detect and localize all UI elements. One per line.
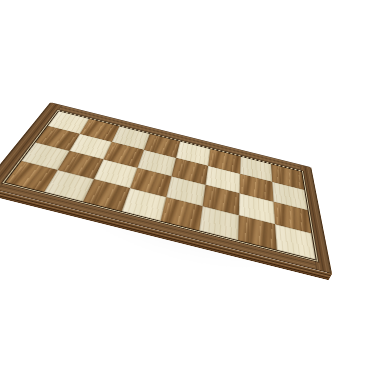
- board-square: [44, 170, 94, 202]
- board-square: [83, 179, 130, 211]
- board-square: [6, 161, 58, 192]
- board-square: [199, 206, 239, 240]
- board-square: [161, 197, 203, 230]
- board-square: [122, 188, 167, 221]
- board-square: [238, 215, 277, 250]
- product-photo-canvas: [0, 0, 380, 380]
- board-perspective-wrapper: [1, 57, 340, 295]
- chess-board: [0, 102, 332, 274]
- board-square: [275, 224, 315, 259]
- board-frame: [0, 102, 332, 274]
